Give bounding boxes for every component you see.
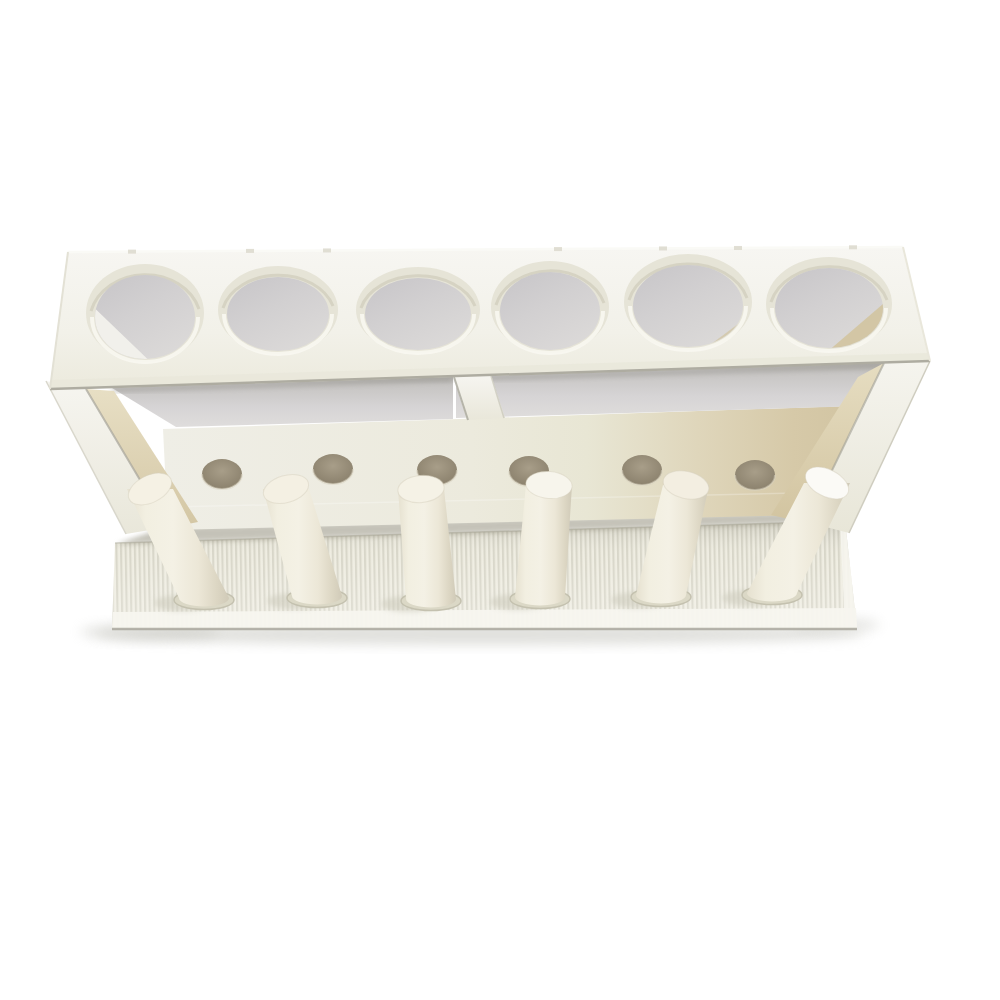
test-tube-rack-photo bbox=[0, 0, 1000, 1000]
product-photo-canvas bbox=[0, 0, 1000, 1000]
mold-tick bbox=[128, 250, 136, 254]
mold-tick bbox=[849, 245, 857, 249]
shelf-hole-5 bbox=[622, 455, 662, 485]
shelf-hole-1 bbox=[202, 459, 242, 489]
mold-tick bbox=[659, 246, 667, 250]
mold-tick bbox=[246, 249, 254, 253]
shelf-hole-2 bbox=[313, 454, 353, 484]
shelf-hole-6 bbox=[735, 460, 775, 490]
mold-tick bbox=[734, 246, 742, 250]
mold-tick bbox=[323, 248, 331, 252]
mold-tick bbox=[554, 247, 562, 251]
